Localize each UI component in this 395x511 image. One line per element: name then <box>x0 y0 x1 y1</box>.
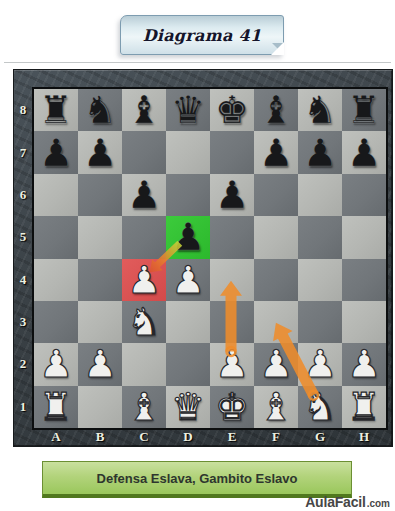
square-h8: ♜ <box>342 89 386 131</box>
caption-text: Defensa Eslava, Gambito Eslavo <box>97 471 298 486</box>
rank-label-3: 3 <box>14 301 32 343</box>
file-label-b: B <box>78 428 122 445</box>
piece-white-pawn-a2: ♟ <box>34 343 78 385</box>
square-h3 <box>342 301 386 343</box>
square-h7: ♟ <box>342 131 386 173</box>
square-a3 <box>34 301 78 343</box>
square-f4 <box>254 259 298 301</box>
file-label-g: G <box>298 428 342 445</box>
piece-white-pawn-g2: ♟ <box>298 343 342 385</box>
piece-white-knight-c3: ♞ <box>122 301 166 343</box>
file-label-f: F <box>254 428 298 445</box>
piece-white-pawn-e2: ♟ <box>210 343 254 385</box>
piece-black-pawn-a7: ♟ <box>34 131 78 173</box>
piece-black-bishop-f8: ♝ <box>254 89 298 131</box>
square-c3: ♞ <box>122 301 166 343</box>
rank-label-6: 6 <box>14 174 32 216</box>
aulafacil-logo-suffix: .com <box>367 498 390 509</box>
piece-black-pawn-f7: ♟ <box>254 131 298 173</box>
square-h6 <box>342 174 386 216</box>
square-f1: ♝ <box>254 386 298 428</box>
file-labels: ABCDEFGH <box>34 428 386 445</box>
piece-black-pawn-h7: ♟ <box>342 131 386 173</box>
chess-board-frame: 87654321 ♜♞♝♛♚♝♞♜♟♟♟♟♟♟♟♟♟♟♞♟♟♟♟♟♟♜♝♛♚♝♞… <box>13 69 393 447</box>
rank-label-1: 1 <box>14 386 32 428</box>
rank-labels: 87654321 <box>14 89 32 428</box>
square-a5 <box>34 216 78 258</box>
square-a4 <box>34 259 78 301</box>
square-d7 <box>166 131 210 173</box>
square-g1: ♞ <box>298 386 342 428</box>
square-c1: ♝ <box>122 386 166 428</box>
piece-black-bishop-c8: ♝ <box>122 89 166 131</box>
aulafacil-logo-text: AulaFacil <box>305 494 365 510</box>
square-a8: ♜ <box>34 89 78 131</box>
piece-black-pawn-g7: ♟ <box>298 131 342 173</box>
square-g8: ♞ <box>298 89 342 131</box>
square-a2: ♟ <box>34 343 78 385</box>
file-label-a: A <box>34 428 78 445</box>
diagram-title: Diagrama 41 <box>143 26 262 45</box>
square-d1: ♛ <box>166 386 210 428</box>
file-label-d: D <box>166 428 210 445</box>
square-e6: ♟ <box>210 174 254 216</box>
square-f6 <box>254 174 298 216</box>
rank-label-8: 8 <box>14 89 32 131</box>
square-d5: ♟ <box>166 216 210 258</box>
file-label-c: C <box>122 428 166 445</box>
piece-black-queen-d8: ♛ <box>166 89 210 131</box>
square-e8: ♚ <box>210 89 254 131</box>
piece-white-bishop-f1: ♝ <box>254 386 298 428</box>
square-g6 <box>298 174 342 216</box>
piece-white-rook-h1: ♜ <box>342 386 386 428</box>
piece-white-bishop-c1: ♝ <box>122 386 166 428</box>
piece-white-rook-a1: ♜ <box>34 386 78 428</box>
piece-white-pawn-h2: ♟ <box>342 343 386 385</box>
piece-black-king-e8: ♚ <box>210 89 254 131</box>
square-g2: ♟ <box>298 343 342 385</box>
piece-black-pawn-d5: ♟ <box>166 216 210 258</box>
piece-white-queen-d1: ♛ <box>166 386 210 428</box>
chess-board: ♜♞♝♛♚♝♞♜♟♟♟♟♟♟♟♟♟♟♞♟♟♟♟♟♟♜♝♛♚♝♞♜ <box>32 87 388 430</box>
rank-label-5: 5 <box>14 216 32 258</box>
square-c2 <box>122 343 166 385</box>
aulafacil-logo: AulaFacil .com <box>305 494 390 510</box>
square-f2: ♟ <box>254 343 298 385</box>
square-e3 <box>210 301 254 343</box>
file-label-h: H <box>342 428 386 445</box>
piece-black-knight-b8: ♞ <box>78 89 122 131</box>
square-h2: ♟ <box>342 343 386 385</box>
square-f5 <box>254 216 298 258</box>
square-b7: ♟ <box>78 131 122 173</box>
square-g4 <box>298 259 342 301</box>
square-e7 <box>210 131 254 173</box>
diagram-title-banner: Diagrama 41 <box>120 15 284 55</box>
rank-label-7: 7 <box>14 131 32 173</box>
square-a6 <box>34 174 78 216</box>
piece-black-rook-h8: ♜ <box>342 89 386 131</box>
square-d8: ♛ <box>166 89 210 131</box>
piece-black-knight-g8: ♞ <box>298 89 342 131</box>
page: Diagrama 41 87654321 ♜♞♝♛♚♝♞♜♟♟♟♟♟♟♟♟♟♟♞… <box>0 0 395 511</box>
square-f8: ♝ <box>254 89 298 131</box>
square-h5 <box>342 216 386 258</box>
piece-white-pawn-b2: ♟ <box>78 343 122 385</box>
square-h4 <box>342 259 386 301</box>
square-b6 <box>78 174 122 216</box>
square-d2 <box>166 343 210 385</box>
square-c8: ♝ <box>122 89 166 131</box>
square-b8: ♞ <box>78 89 122 131</box>
square-b3 <box>78 301 122 343</box>
rank-label-2: 2 <box>14 343 32 385</box>
square-h1: ♜ <box>342 386 386 428</box>
ribbon-fold-cut <box>271 42 284 55</box>
square-e2: ♟ <box>210 343 254 385</box>
caption-banner: Defensa Eslava, Gambito Eslavo <box>42 461 352 498</box>
square-b4 <box>78 259 122 301</box>
square-c5 <box>122 216 166 258</box>
square-g3 <box>298 301 342 343</box>
square-e1: ♚ <box>210 386 254 428</box>
square-f7: ♟ <box>254 131 298 173</box>
square-b5 <box>78 216 122 258</box>
file-label-e: E <box>210 428 254 445</box>
square-b2: ♟ <box>78 343 122 385</box>
piece-black-rook-a8: ♜ <box>34 89 78 131</box>
square-d6 <box>166 174 210 216</box>
square-e5 <box>210 216 254 258</box>
square-a1: ♜ <box>34 386 78 428</box>
piece-white-king-e1: ♚ <box>210 386 254 428</box>
rank-label-4: 4 <box>14 259 32 301</box>
piece-black-pawn-b7: ♟ <box>78 131 122 173</box>
board-grid: ♜♞♝♛♚♝♞♜♟♟♟♟♟♟♟♟♟♟♞♟♟♟♟♟♟♜♝♛♚♝♞♜ <box>34 89 386 428</box>
square-c4: ♟ <box>122 259 166 301</box>
square-g7: ♟ <box>298 131 342 173</box>
square-a7: ♟ <box>34 131 78 173</box>
square-d4: ♟ <box>166 259 210 301</box>
piece-black-pawn-e6: ♟ <box>210 174 254 216</box>
square-c6: ♟ <box>122 174 166 216</box>
square-c7 <box>122 131 166 173</box>
square-f3 <box>254 301 298 343</box>
square-e4 <box>210 259 254 301</box>
piece-white-pawn-d4: ♟ <box>166 259 210 301</box>
square-d3 <box>166 301 210 343</box>
piece-white-pawn-f2: ♟ <box>254 343 298 385</box>
divider-line <box>4 62 391 63</box>
piece-white-knight-g1: ♞ <box>298 386 342 428</box>
piece-white-pawn-c4: ♟ <box>122 259 166 301</box>
square-g5 <box>298 216 342 258</box>
square-b1 <box>78 386 122 428</box>
piece-black-pawn-c6: ♟ <box>122 174 166 216</box>
